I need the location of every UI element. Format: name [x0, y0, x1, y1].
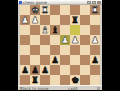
square-e4[interactable] — [50, 35, 60, 45]
square-d1[interactable] — [60, 5, 70, 15]
black-pawn: ♟ — [31, 65, 39, 75]
square-b4[interactable] — [80, 35, 90, 45]
black-king: ♚ — [71, 75, 79, 85]
close-button[interactable] — [97, 1, 101, 4]
square-c2[interactable]: ♜ — [70, 15, 80, 25]
square-e8[interactable] — [50, 75, 60, 85]
black-rook: ♜ — [71, 15, 79, 25]
square-h5[interactable] — [20, 45, 30, 55]
white-king: ♚ — [31, 5, 39, 15]
square-b5[interactable] — [80, 45, 90, 55]
chess-app-window: chess game ♚♜♜♟♟♜♝♝♟♟♟♟♟♟♟♟♜♚ Black to m… — [18, 0, 102, 90]
white-pawn: ♟ — [61, 35, 69, 45]
last-move-label: cxd4 — [68, 86, 78, 91]
square-a5[interactable] — [90, 45, 100, 55]
square-f3[interactable]: ♝ — [40, 25, 50, 35]
black-pawn: ♟ — [41, 65, 49, 75]
square-c8[interactable]: ♚ — [70, 75, 80, 85]
square-h4[interactable] — [20, 35, 30, 45]
square-c6[interactable] — [70, 55, 80, 65]
square-d5[interactable] — [60, 45, 70, 55]
black-pawn: ♟ — [91, 55, 99, 65]
chess-board: ♚♜♜♟♟♜♝♝♟♟♟♟♟♟♟♟♜♚ — [20, 5, 100, 85]
square-g6[interactable] — [30, 55, 40, 65]
square-a7[interactable] — [90, 65, 100, 75]
maximize-button[interactable] — [92, 1, 96, 4]
square-b2[interactable] — [80, 15, 90, 25]
square-d8[interactable] — [60, 75, 70, 85]
square-b6[interactable] — [80, 55, 90, 65]
black-pawn: ♟ — [21, 65, 29, 75]
square-g3[interactable] — [30, 25, 40, 35]
square-f1[interactable]: ♜ — [40, 5, 50, 15]
white-pawn: ♟ — [21, 15, 29, 25]
status-bar: Black to move cxd4 — [18, 85, 102, 90]
square-a1[interactable]: ♜ — [90, 5, 100, 15]
square-a8[interactable] — [90, 75, 100, 85]
square-g8[interactable]: ♜ — [30, 75, 40, 85]
square-b7[interactable] — [80, 65, 90, 75]
window-controls — [87, 1, 101, 4]
square-f8[interactable] — [40, 75, 50, 85]
square-c4[interactable]: ♟ — [70, 35, 80, 45]
square-g7[interactable]: ♟ — [30, 65, 40, 75]
white-pawn: ♟ — [31, 15, 39, 25]
square-f4[interactable] — [40, 35, 50, 45]
square-e3[interactable]: ♝ — [50, 25, 60, 35]
black-bishop: ♝ — [51, 25, 59, 35]
square-e7[interactable] — [50, 65, 60, 75]
square-g4[interactable] — [30, 35, 40, 45]
resize-grip-icon[interactable] — [97, 87, 100, 90]
square-d2[interactable] — [60, 15, 70, 25]
black-pawn: ♟ — [51, 55, 59, 65]
square-b1[interactable] — [80, 5, 90, 15]
window-title: chess game — [23, 0, 86, 5]
square-b3[interactable] — [80, 25, 90, 35]
square-e2[interactable] — [50, 15, 60, 25]
square-d7[interactable] — [60, 65, 70, 75]
white-rook: ♜ — [91, 5, 99, 15]
square-c7[interactable] — [70, 65, 80, 75]
square-d3[interactable] — [60, 25, 70, 35]
square-g1[interactable]: ♚ — [30, 5, 40, 15]
square-f7[interactable]: ♟ — [40, 65, 50, 75]
square-g5[interactable] — [30, 45, 40, 55]
white-pawn: ♟ — [91, 35, 99, 45]
square-e6[interactable]: ♟ — [50, 55, 60, 65]
minimize-button[interactable] — [87, 1, 91, 4]
square-c5[interactable] — [70, 45, 80, 55]
square-h2[interactable]: ♟ — [20, 15, 30, 25]
square-b8[interactable] — [80, 75, 90, 85]
square-f6[interactable] — [40, 55, 50, 65]
white-bishop: ♝ — [41, 25, 49, 35]
square-d4[interactable]: ♟ — [60, 35, 70, 45]
square-h8[interactable] — [20, 75, 30, 85]
app-icon — [19, 1, 22, 4]
square-h1[interactable] — [20, 5, 30, 15]
square-h3[interactable] — [20, 25, 30, 35]
square-a4[interactable]: ♟ — [90, 35, 100, 45]
square-g2[interactable]: ♟ — [30, 15, 40, 25]
white-rook: ♜ — [41, 5, 49, 15]
square-h7[interactable]: ♟ — [20, 65, 30, 75]
white-pawn: ♟ — [71, 35, 79, 45]
square-a3[interactable] — [90, 25, 100, 35]
square-f2[interactable] — [40, 15, 50, 25]
square-d6[interactable] — [60, 55, 70, 65]
square-c1[interactable] — [70, 5, 80, 15]
square-e1[interactable] — [50, 5, 60, 15]
square-a6[interactable]: ♟ — [90, 55, 100, 65]
status-message: Black to move — [20, 86, 49, 91]
square-f5[interactable] — [40, 45, 50, 55]
square-e5[interactable] — [50, 45, 60, 55]
square-a2[interactable] — [90, 15, 100, 25]
square-h6[interactable] — [20, 55, 30, 65]
square-c3[interactable] — [70, 25, 80, 35]
black-rook: ♜ — [31, 75, 39, 85]
